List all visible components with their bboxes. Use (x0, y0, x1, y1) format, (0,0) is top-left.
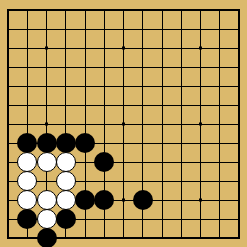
intersection[interactable] (229, 172, 247, 191)
intersection[interactable] (75, 172, 94, 191)
intersection[interactable] (56, 58, 75, 77)
intersection[interactable] (56, 96, 75, 115)
intersection[interactable] (0, 134, 18, 153)
intersection[interactable] (152, 191, 171, 210)
intersection[interactable] (172, 58, 191, 77)
intersection[interactable] (18, 77, 37, 96)
black-stone (75, 133, 95, 153)
intersection[interactable] (114, 115, 133, 134)
intersection[interactable] (191, 20, 210, 39)
intersection[interactable] (191, 191, 210, 210)
intersection[interactable] (229, 115, 247, 134)
intersection[interactable] (37, 172, 56, 191)
white-stone (56, 152, 76, 172)
intersection[interactable] (114, 191, 133, 210)
intersection[interactable] (229, 96, 247, 115)
intersection[interactable] (210, 20, 229, 39)
intersection[interactable] (18, 1, 37, 20)
black-stone (37, 228, 57, 247)
intersection[interactable] (210, 191, 229, 210)
intersection[interactable] (229, 210, 247, 229)
intersection[interactable] (0, 191, 18, 210)
intersection[interactable] (191, 115, 210, 134)
intersection[interactable] (229, 39, 247, 58)
intersection[interactable] (229, 229, 247, 247)
intersection[interactable] (210, 58, 229, 77)
intersection[interactable] (56, 1, 75, 20)
intersection[interactable] (152, 210, 171, 229)
intersection[interactable] (75, 153, 94, 172)
intersection[interactable] (56, 210, 75, 229)
intersection[interactable] (75, 134, 94, 153)
intersection[interactable] (18, 229, 37, 247)
intersection[interactable] (95, 210, 114, 229)
intersection[interactable] (172, 77, 191, 96)
intersection[interactable] (210, 134, 229, 153)
intersection[interactable] (18, 134, 37, 153)
intersection[interactable] (210, 115, 229, 134)
intersection[interactable] (0, 77, 18, 96)
intersection[interactable] (152, 77, 171, 96)
intersection[interactable] (210, 77, 229, 96)
intersection[interactable] (172, 172, 191, 191)
white-stone (37, 209, 57, 229)
intersection[interactable] (37, 58, 56, 77)
intersection[interactable] (210, 229, 229, 247)
intersection[interactable] (56, 134, 75, 153)
intersection[interactable] (95, 191, 114, 210)
intersection[interactable] (114, 58, 133, 77)
intersection[interactable] (37, 134, 56, 153)
intersection[interactable] (0, 39, 18, 58)
intersection[interactable] (172, 96, 191, 115)
intersection[interactable] (152, 39, 171, 58)
intersection[interactable] (95, 77, 114, 96)
intersection[interactable] (75, 77, 94, 96)
black-stone (17, 209, 37, 229)
intersection[interactable] (37, 1, 56, 20)
stone-grid (0, 1, 247, 247)
intersection[interactable] (95, 58, 114, 77)
intersection[interactable] (37, 20, 56, 39)
white-stone (56, 171, 76, 191)
intersection[interactable] (75, 229, 94, 247)
intersection[interactable] (172, 210, 191, 229)
intersection[interactable] (56, 153, 75, 172)
intersection[interactable] (152, 20, 171, 39)
white-stone (17, 171, 37, 191)
intersection[interactable] (37, 153, 56, 172)
intersection[interactable] (37, 77, 56, 96)
intersection[interactable] (95, 229, 114, 247)
intersection[interactable] (0, 58, 18, 77)
intersection[interactable] (95, 172, 114, 191)
intersection[interactable] (210, 153, 229, 172)
intersection[interactable] (114, 153, 133, 172)
intersection[interactable] (210, 172, 229, 191)
intersection[interactable] (133, 134, 152, 153)
intersection[interactable] (229, 77, 247, 96)
intersection[interactable] (114, 172, 133, 191)
intersection[interactable] (114, 20, 133, 39)
intersection[interactable] (0, 172, 18, 191)
intersection[interactable] (133, 115, 152, 134)
white-stone (37, 190, 57, 210)
intersection[interactable] (191, 39, 210, 58)
intersection[interactable] (133, 39, 152, 58)
black-stone (17, 133, 37, 153)
intersection[interactable] (18, 210, 37, 229)
intersection[interactable] (152, 153, 171, 172)
intersection[interactable] (191, 77, 210, 96)
intersection[interactable] (210, 210, 229, 229)
black-stone (133, 190, 153, 210)
intersection[interactable] (191, 210, 210, 229)
intersection[interactable] (210, 1, 229, 20)
intersection[interactable] (95, 153, 114, 172)
intersection[interactable] (152, 58, 171, 77)
intersection[interactable] (37, 191, 56, 210)
intersection[interactable] (0, 115, 18, 134)
intersection[interactable] (114, 134, 133, 153)
intersection[interactable] (229, 58, 247, 77)
intersection[interactable] (172, 1, 191, 20)
intersection[interactable] (75, 96, 94, 115)
intersection[interactable] (0, 153, 18, 172)
intersection[interactable] (0, 1, 18, 20)
intersection[interactable] (114, 39, 133, 58)
intersection[interactable] (152, 172, 171, 191)
intersection[interactable] (172, 153, 191, 172)
intersection[interactable] (18, 58, 37, 77)
intersection[interactable] (56, 77, 75, 96)
intersection[interactable] (133, 1, 152, 20)
intersection[interactable] (75, 1, 94, 20)
intersection[interactable] (172, 115, 191, 134)
intersection[interactable] (229, 191, 247, 210)
intersection[interactable] (95, 1, 114, 20)
intersection[interactable] (191, 134, 210, 153)
intersection[interactable] (0, 96, 18, 115)
intersection[interactable] (18, 115, 37, 134)
intersection[interactable] (95, 134, 114, 153)
intersection[interactable] (114, 96, 133, 115)
intersection[interactable] (152, 229, 171, 247)
intersection[interactable] (191, 172, 210, 191)
white-stone (37, 152, 57, 172)
intersection[interactable] (191, 1, 210, 20)
intersection[interactable] (152, 1, 171, 20)
intersection[interactable] (191, 58, 210, 77)
intersection[interactable] (75, 20, 94, 39)
black-stone (94, 152, 114, 172)
black-stone (94, 190, 114, 210)
intersection[interactable] (210, 96, 229, 115)
intersection[interactable] (191, 229, 210, 247)
intersection[interactable] (114, 229, 133, 247)
intersection[interactable] (0, 210, 18, 229)
intersection[interactable] (114, 210, 133, 229)
intersection[interactable] (152, 134, 171, 153)
intersection[interactable] (191, 153, 210, 172)
intersection[interactable] (37, 39, 56, 58)
intersection[interactable] (75, 115, 94, 134)
intersection[interactable] (18, 20, 37, 39)
intersection[interactable] (95, 39, 114, 58)
intersection[interactable] (75, 191, 94, 210)
intersection[interactable] (56, 172, 75, 191)
white-stone (17, 152, 37, 172)
intersection[interactable] (229, 134, 247, 153)
intersection[interactable] (56, 20, 75, 39)
intersection[interactable] (229, 1, 247, 20)
intersection[interactable] (95, 20, 114, 39)
intersection[interactable] (37, 115, 56, 134)
intersection[interactable] (133, 229, 152, 247)
intersection[interactable] (37, 210, 56, 229)
intersection[interactable] (0, 20, 18, 39)
intersection[interactable] (114, 77, 133, 96)
intersection[interactable] (133, 153, 152, 172)
intersection[interactable] (133, 172, 152, 191)
intersection[interactable] (18, 39, 37, 58)
intersection[interactable] (229, 153, 247, 172)
intersection[interactable] (133, 58, 152, 77)
intersection[interactable] (56, 39, 75, 58)
go-board (0, 0, 247, 247)
intersection[interactable] (75, 210, 94, 229)
intersection[interactable] (152, 96, 171, 115)
intersection[interactable] (0, 229, 18, 247)
intersection[interactable] (152, 115, 171, 134)
intersection[interactable] (56, 229, 75, 247)
intersection[interactable] (114, 1, 133, 20)
intersection[interactable] (133, 20, 152, 39)
intersection[interactable] (133, 191, 152, 210)
intersection[interactable] (172, 39, 191, 58)
go-diagram: { "game": "go", "board": { "size": 13, "… (0, 0, 247, 247)
intersection[interactable] (210, 39, 229, 58)
intersection[interactable] (75, 58, 94, 77)
intersection[interactable] (95, 96, 114, 115)
intersection[interactable] (37, 229, 56, 247)
intersection[interactable] (18, 191, 37, 210)
intersection[interactable] (172, 134, 191, 153)
white-stone (17, 190, 37, 210)
intersection[interactable] (56, 191, 75, 210)
intersection[interactable] (18, 96, 37, 115)
black-stone (37, 133, 57, 153)
intersection[interactable] (133, 77, 152, 96)
intersection[interactable] (18, 153, 37, 172)
intersection[interactable] (133, 210, 152, 229)
black-stone (56, 209, 76, 229)
intersection[interactable] (133, 96, 152, 115)
intersection[interactable] (191, 96, 210, 115)
intersection[interactable] (229, 20, 247, 39)
intersection[interactable] (18, 172, 37, 191)
intersection[interactable] (172, 191, 191, 210)
white-stone (56, 190, 76, 210)
intersection[interactable] (56, 115, 75, 134)
intersection[interactable] (172, 20, 191, 39)
intersection[interactable] (37, 96, 56, 115)
intersection[interactable] (172, 229, 191, 247)
black-stone (75, 190, 95, 210)
intersection[interactable] (75, 39, 94, 58)
intersection[interactable] (95, 115, 114, 134)
black-stone (56, 133, 76, 153)
